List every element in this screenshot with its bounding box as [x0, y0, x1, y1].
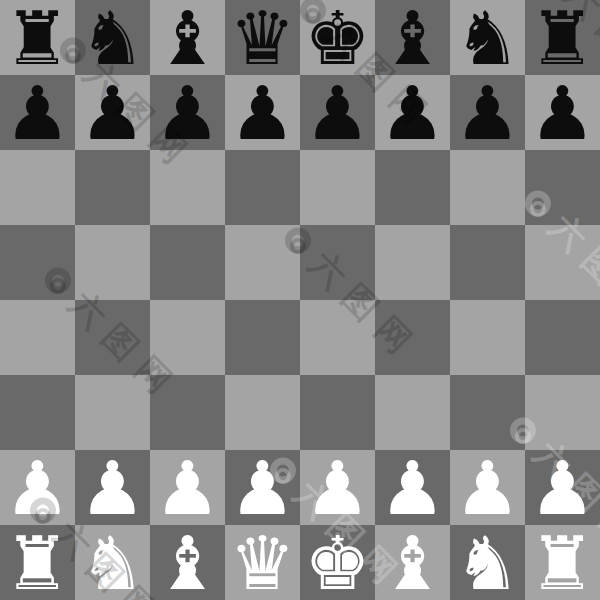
- square-d4[interactable]: [225, 300, 300, 375]
- square-g2[interactable]: ♟: [450, 450, 525, 525]
- chess-board: ♜♞♝♛♚♝♞♜♟♟♟♟♟♟♟♟♟♟♟♟♟♟♟♟♜♞♝♛♚♝♞♜: [0, 0, 600, 600]
- square-f7[interactable]: ♟: [375, 75, 450, 150]
- square-b7[interactable]: ♟: [75, 75, 150, 150]
- square-d1[interactable]: ♛: [225, 525, 300, 600]
- piece-black-pawn: ♟: [229, 75, 295, 150]
- square-d6[interactable]: [225, 150, 300, 225]
- piece-black-queen: ♛: [229, 0, 295, 75]
- square-h8[interactable]: ♜: [525, 0, 600, 75]
- square-d2[interactable]: ♟: [225, 450, 300, 525]
- square-g1[interactable]: ♞: [450, 525, 525, 600]
- square-e4[interactable]: [300, 300, 375, 375]
- square-h1[interactable]: ♜: [525, 525, 600, 600]
- piece-black-pawn: ♟: [154, 75, 220, 150]
- piece-white-pawn: ♟: [304, 450, 370, 525]
- square-c7[interactable]: ♟: [150, 75, 225, 150]
- piece-black-bishop: ♝: [154, 0, 220, 75]
- square-g7[interactable]: ♟: [450, 75, 525, 150]
- square-d3[interactable]: [225, 375, 300, 450]
- square-a2[interactable]: ♟: [0, 450, 75, 525]
- piece-white-pawn: ♟: [529, 450, 595, 525]
- piece-black-pawn: ♟: [4, 75, 70, 150]
- piece-white-pawn: ♟: [154, 450, 220, 525]
- square-b3[interactable]: [75, 375, 150, 450]
- square-f4[interactable]: [375, 300, 450, 375]
- square-f3[interactable]: [375, 375, 450, 450]
- square-c5[interactable]: [150, 225, 225, 300]
- square-c4[interactable]: [150, 300, 225, 375]
- square-h7[interactable]: ♟: [525, 75, 600, 150]
- square-d8[interactable]: ♛: [225, 0, 300, 75]
- piece-white-rook: ♜: [529, 525, 595, 600]
- square-c1[interactable]: ♝: [150, 525, 225, 600]
- square-f2[interactable]: ♟: [375, 450, 450, 525]
- square-c3[interactable]: [150, 375, 225, 450]
- piece-black-knight: ♞: [454, 0, 520, 75]
- square-a4[interactable]: [0, 300, 75, 375]
- square-e7[interactable]: ♟: [300, 75, 375, 150]
- square-a3[interactable]: [0, 375, 75, 450]
- square-d7[interactable]: ♟: [225, 75, 300, 150]
- piece-black-pawn: ♟: [529, 75, 595, 150]
- square-b4[interactable]: [75, 300, 150, 375]
- piece-white-bishop: ♝: [379, 525, 445, 600]
- square-f5[interactable]: [375, 225, 450, 300]
- square-c8[interactable]: ♝: [150, 0, 225, 75]
- piece-black-pawn: ♟: [304, 75, 370, 150]
- square-h2[interactable]: ♟: [525, 450, 600, 525]
- square-g3[interactable]: [450, 375, 525, 450]
- square-a5[interactable]: [0, 225, 75, 300]
- piece-black-pawn: ♟: [454, 75, 520, 150]
- square-a7[interactable]: ♟: [0, 75, 75, 150]
- square-h5[interactable]: [525, 225, 600, 300]
- square-a1[interactable]: ♜: [0, 525, 75, 600]
- piece-white-pawn: ♟: [379, 450, 445, 525]
- square-h4[interactable]: [525, 300, 600, 375]
- piece-black-pawn: ♟: [79, 75, 145, 150]
- piece-black-king: ♚: [304, 0, 370, 75]
- square-e2[interactable]: ♟: [300, 450, 375, 525]
- square-g8[interactable]: ♞: [450, 0, 525, 75]
- square-d5[interactable]: [225, 225, 300, 300]
- square-c2[interactable]: ♟: [150, 450, 225, 525]
- square-e8[interactable]: ♚: [300, 0, 375, 75]
- piece-black-pawn: ♟: [379, 75, 445, 150]
- square-e6[interactable]: [300, 150, 375, 225]
- piece-white-bishop: ♝: [154, 525, 220, 600]
- piece-white-knight: ♞: [79, 525, 145, 600]
- piece-black-knight: ♞: [79, 0, 145, 75]
- square-g6[interactable]: [450, 150, 525, 225]
- piece-white-pawn: ♟: [229, 450, 295, 525]
- piece-white-knight: ♞: [454, 525, 520, 600]
- square-b1[interactable]: ♞: [75, 525, 150, 600]
- square-e3[interactable]: [300, 375, 375, 450]
- piece-black-rook: ♜: [4, 0, 70, 75]
- square-f1[interactable]: ♝: [375, 525, 450, 600]
- piece-white-king: ♚: [304, 525, 370, 600]
- piece-black-rook: ♜: [529, 0, 595, 75]
- piece-white-queen: ♛: [229, 525, 295, 600]
- square-b6[interactable]: [75, 150, 150, 225]
- piece-white-pawn: ♟: [4, 450, 70, 525]
- square-a6[interactable]: [0, 150, 75, 225]
- piece-white-pawn: ♟: [79, 450, 145, 525]
- piece-white-pawn: ♟: [454, 450, 520, 525]
- chessboard-image: ♜♞♝♛♚♝♞♜♟♟♟♟♟♟♟♟♟♟♟♟♟♟♟♟♜♞♝♛♚♝♞♜ 六图网六图网六…: [0, 0, 600, 600]
- square-e1[interactable]: ♚: [300, 525, 375, 600]
- square-c6[interactable]: [150, 150, 225, 225]
- square-e5[interactable]: [300, 225, 375, 300]
- square-a8[interactable]: ♜: [0, 0, 75, 75]
- square-g5[interactable]: [450, 225, 525, 300]
- square-b2[interactable]: ♟: [75, 450, 150, 525]
- square-b5[interactable]: [75, 225, 150, 300]
- square-g4[interactable]: [450, 300, 525, 375]
- square-f6[interactable]: [375, 150, 450, 225]
- square-h3[interactable]: [525, 375, 600, 450]
- piece-white-rook: ♜: [4, 525, 70, 600]
- square-b8[interactable]: ♞: [75, 0, 150, 75]
- square-f8[interactable]: ♝: [375, 0, 450, 75]
- piece-black-bishop: ♝: [379, 0, 445, 75]
- square-h6[interactable]: [525, 150, 600, 225]
